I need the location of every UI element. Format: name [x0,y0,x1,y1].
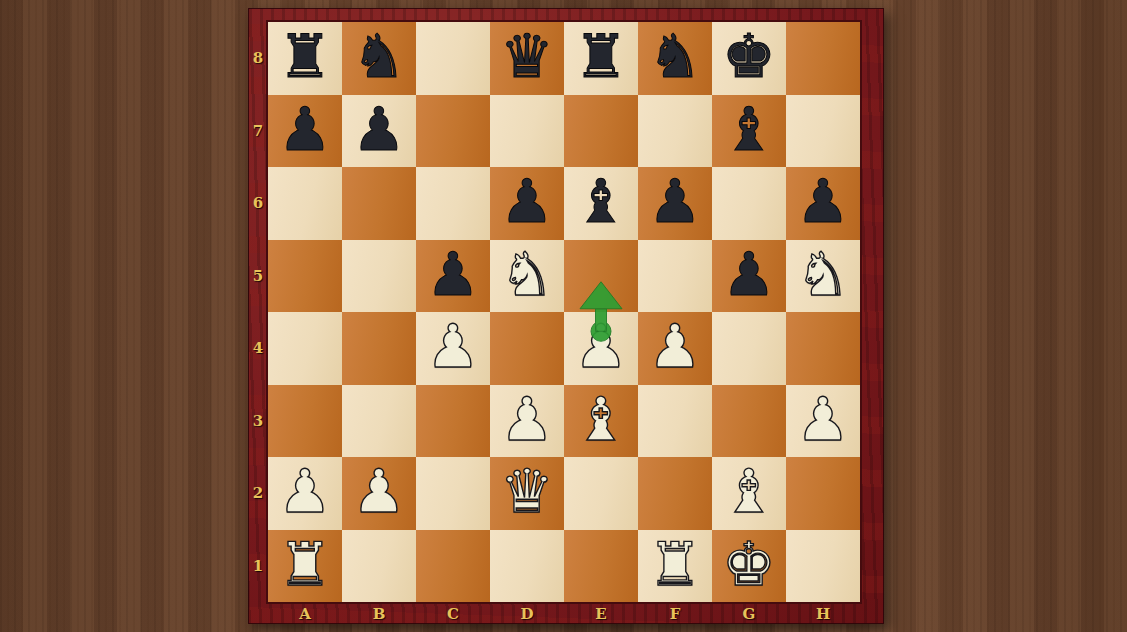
square-d2[interactable]: ♛ [490,457,564,530]
square-c3[interactable] [416,385,490,458]
square-b3[interactable] [342,385,416,458]
piece-white-pawn-c4: ♟ [426,316,480,376]
piece-black-bishop-g7: ♝ [722,99,776,159]
rank-label-2: 2 [248,457,268,530]
piece-black-pawn-h6: ♟ [796,171,850,231]
rank-label-8: 8 [248,22,268,95]
square-c8[interactable] [416,22,490,95]
chess-board-frame: ♜♞♛♜♞♚♟♟♝♟♝♟♟♟♞♟♞♟♟♟♟♝♟♟♟♛♝♜♜♚ 87654321 … [248,8,884,624]
file-label-b: B [342,604,416,624]
square-d1[interactable] [490,530,564,603]
piece-white-pawn-b2: ♟ [352,461,406,521]
piece-black-rook-e8: ♜ [574,26,628,86]
square-e4[interactable]: ♟ [564,312,638,385]
square-b6[interactable] [342,167,416,240]
square-a4[interactable] [268,312,342,385]
square-h4[interactable] [786,312,860,385]
piece-white-king-g1: ♚ [722,534,776,594]
piece-black-pawn-c5: ♟ [426,244,480,304]
rank-label-7: 7 [248,95,268,168]
square-a5[interactable] [268,240,342,313]
square-f7[interactable] [638,95,712,168]
rank-label-1: 1 [248,530,268,603]
square-h8[interactable] [786,22,860,95]
square-a2[interactable]: ♟ [268,457,342,530]
square-f3[interactable] [638,385,712,458]
rank-label-6: 6 [248,167,268,240]
piece-white-queen-d2: ♛ [500,461,554,521]
file-label-f: F [638,604,712,624]
piece-black-king-g8: ♚ [722,26,776,86]
piece-white-pawn-f4: ♟ [648,316,702,376]
square-e5[interactable] [564,240,638,313]
piece-white-rook-f1: ♜ [648,534,702,594]
square-g1[interactable]: ♚ [712,530,786,603]
square-f2[interactable] [638,457,712,530]
square-d8[interactable]: ♛ [490,22,564,95]
piece-white-knight-d5: ♞ [500,244,554,304]
piece-white-bishop-g2: ♝ [722,461,776,521]
square-d3[interactable]: ♟ [490,385,564,458]
square-e3[interactable]: ♝ [564,385,638,458]
square-f5[interactable] [638,240,712,313]
piece-white-pawn-h3: ♟ [796,389,850,449]
square-c7[interactable] [416,95,490,168]
chess-board: ♜♞♛♜♞♚♟♟♝♟♝♟♟♟♞♟♞♟♟♟♟♝♟♟♟♛♝♜♜♚ [268,22,860,602]
piece-white-knight-h5: ♞ [796,244,850,304]
square-h7[interactable] [786,95,860,168]
piece-black-pawn-d6: ♟ [500,171,554,231]
file-label-d: D [490,604,564,624]
piece-white-bishop-e3: ♝ [574,389,628,449]
square-f4[interactable]: ♟ [638,312,712,385]
piece-black-pawn-a7: ♟ [278,99,332,159]
square-g5[interactable]: ♟ [712,240,786,313]
file-label-h: H [786,604,860,624]
square-f1[interactable]: ♜ [638,530,712,603]
rank-label-5: 5 [248,240,268,313]
square-b1[interactable] [342,530,416,603]
piece-black-pawn-g5: ♟ [722,244,776,304]
square-c6[interactable] [416,167,490,240]
square-f8[interactable]: ♞ [638,22,712,95]
piece-black-pawn-f6: ♟ [648,171,702,231]
square-h1[interactable] [786,530,860,603]
square-a7[interactable]: ♟ [268,95,342,168]
piece-black-knight-f8: ♞ [648,26,702,86]
piece-black-pawn-b7: ♟ [352,99,406,159]
square-e8[interactable]: ♜ [564,22,638,95]
square-a8[interactable]: ♜ [268,22,342,95]
square-d7[interactable] [490,95,564,168]
square-h2[interactable] [786,457,860,530]
desktop-background: { "game": "chess", "position": { "fen": … [0,0,1127,632]
square-c2[interactable] [416,457,490,530]
rank-label-3: 3 [248,385,268,458]
square-g6[interactable] [712,167,786,240]
square-c5[interactable]: ♟ [416,240,490,313]
piece-white-pawn-e4: ♟ [574,316,628,376]
square-b2[interactable]: ♟ [342,457,416,530]
piece-black-rook-a8: ♜ [278,26,332,86]
square-h5[interactable]: ♞ [786,240,860,313]
square-a6[interactable] [268,167,342,240]
file-labels: ABCDEFGH [268,604,860,624]
square-b7[interactable]: ♟ [342,95,416,168]
square-a3[interactable] [268,385,342,458]
square-g8[interactable]: ♚ [712,22,786,95]
square-b8[interactable]: ♞ [342,22,416,95]
square-g7[interactable]: ♝ [712,95,786,168]
square-c1[interactable] [416,530,490,603]
square-d4[interactable] [490,312,564,385]
piece-white-pawn-d3: ♟ [500,389,554,449]
piece-white-pawn-a2: ♟ [278,461,332,521]
square-g4[interactable] [712,312,786,385]
square-b4[interactable] [342,312,416,385]
file-label-a: A [268,604,342,624]
square-g3[interactable] [712,385,786,458]
square-b5[interactable] [342,240,416,313]
square-d6[interactable]: ♟ [490,167,564,240]
piece-black-bishop-e6: ♝ [574,171,628,231]
file-label-g: G [712,604,786,624]
piece-black-knight-b8: ♞ [352,26,406,86]
square-f6[interactable]: ♟ [638,167,712,240]
rank-label-4: 4 [248,312,268,385]
file-label-e: E [564,604,638,624]
piece-white-rook-a1: ♜ [278,534,332,594]
square-e7[interactable] [564,95,638,168]
square-e6[interactable]: ♝ [564,167,638,240]
square-c4[interactable]: ♟ [416,312,490,385]
square-h3[interactable]: ♟ [786,385,860,458]
square-h6[interactable]: ♟ [786,167,860,240]
square-e1[interactable] [564,530,638,603]
piece-black-queen-d8: ♛ [500,26,554,86]
square-d5[interactable]: ♞ [490,240,564,313]
square-e2[interactable] [564,457,638,530]
square-a1[interactable]: ♜ [268,530,342,603]
square-g2[interactable]: ♝ [712,457,786,530]
file-label-c: C [416,604,490,624]
